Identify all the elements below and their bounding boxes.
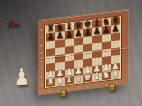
white-rook-h1[interactable]: ♜ [111,68,120,79]
square-f1[interactable]: ♝ [92,73,101,82]
file-label-e: e [83,83,93,89]
square-d1[interactable]: ♛ [74,75,83,84]
square-h1[interactable]: ♜ [111,70,120,79]
square-e1[interactable]: ♚ [83,74,92,83]
square-c1[interactable]: ♝ [65,76,74,85]
standing-white-pawn-offboard[interactable]: ♟ [13,63,30,90]
square-g1[interactable]: ♞ [102,71,111,80]
rank-labels: 87654321 [39,26,45,89]
white-bishop-f1[interactable]: ♝ [92,70,101,81]
white-king-e1[interactable]: ♚ [83,71,92,82]
white-bishop-c1[interactable]: ♝ [65,74,74,85]
brass-clasp-left [60,89,66,97]
file-label-f: f [93,82,103,88]
chess-board: ♜♞♝♛♚♝♞♜♟♟♟♟♟♟♟♟♟♟♟♟♟♟♟♟♜♞♝♛♚♝♞♜ abcdefg… [38,10,128,96]
file-label-d: d [74,84,84,90]
brass-clasp-right [109,83,115,91]
carpet-background: ♟ ♟ ♜♞♝♛♚♝♞♜♟♟♟♟♟♟♟♟♟♟♟♟♟♟♟♟♜♞♝♛♚♝♞♜ abc… [0,0,142,106]
white-queen-d1[interactable]: ♛ [74,72,83,83]
white-knight-b1[interactable]: ♞ [55,75,64,86]
rank-label-1: 1 [39,80,45,89]
file-label-a: a [45,88,55,94]
white-rook-a1[interactable]: ♜ [46,76,55,87]
fallen-black-pawn-offboard[interactable]: ♟ [5,17,25,32]
white-knight-g1[interactable]: ♞ [102,69,111,80]
square-a1[interactable]: ♜ [46,78,55,87]
square-b1[interactable]: ♞ [55,77,64,86]
